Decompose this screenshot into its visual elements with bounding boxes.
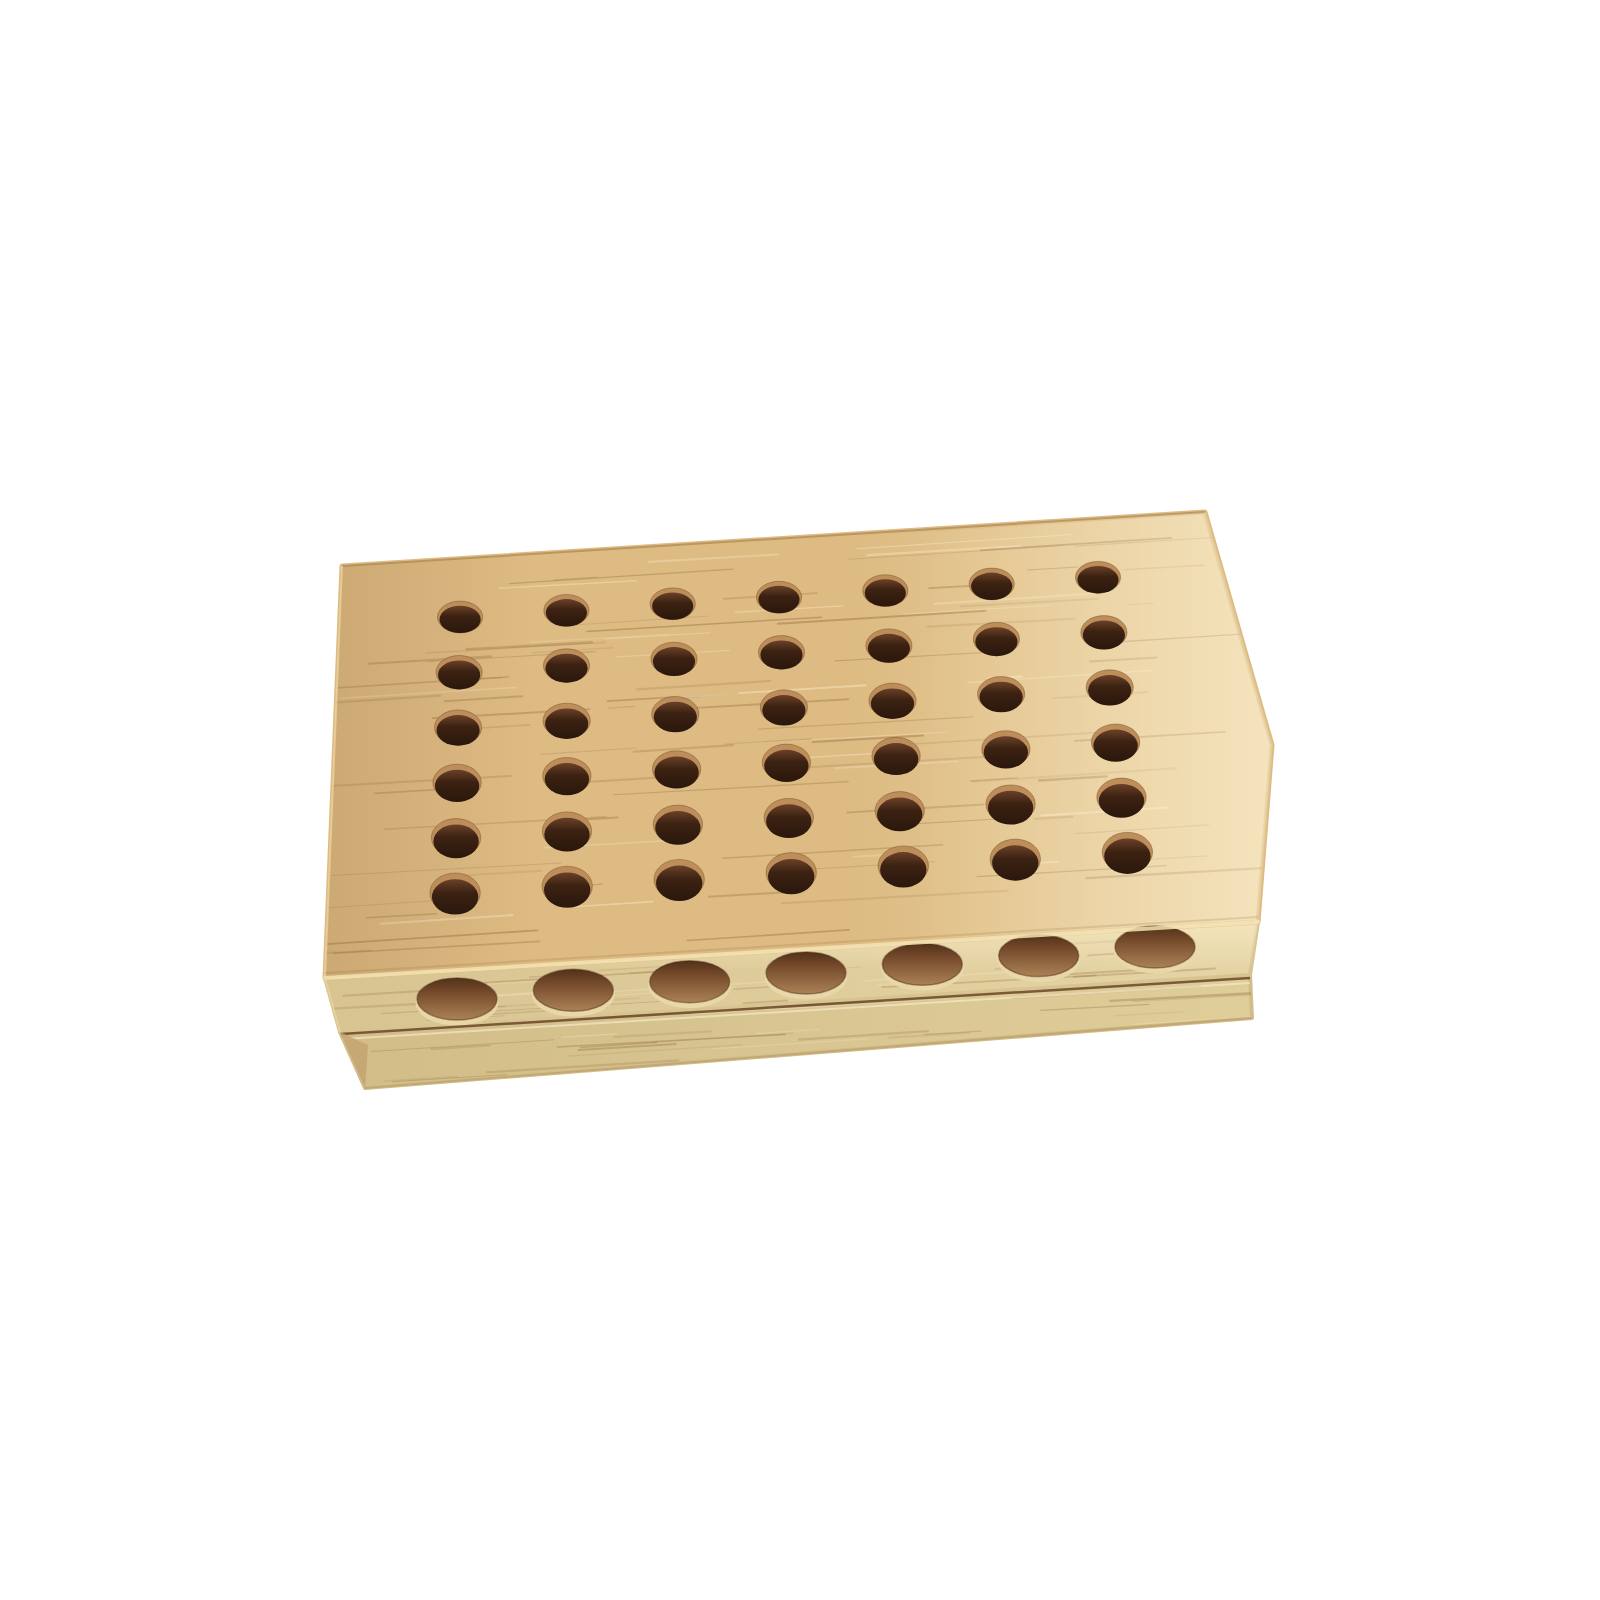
top-hole-r3c7 xyxy=(1086,670,1133,706)
top-hole-r1c1 xyxy=(438,601,483,633)
top-hole-r6c2 xyxy=(542,866,592,908)
top-hole-r2c3 xyxy=(651,642,697,676)
top-hole-r3c2 xyxy=(543,703,590,739)
top-hole-r3c1 xyxy=(435,710,482,746)
top-hole-r1c2 xyxy=(544,595,589,627)
top-hole-r2c6 xyxy=(973,622,1019,656)
top-hole-r1c4 xyxy=(756,581,801,613)
front-hole-7 xyxy=(1114,926,1197,974)
product-photo-canvas xyxy=(0,0,1600,1600)
top-hole-r2c2 xyxy=(543,649,589,683)
top-hole-r3c5 xyxy=(869,683,916,719)
top-hole-r3c6 xyxy=(978,677,1025,713)
front-hole-3 xyxy=(648,961,731,1009)
top-hole-r6c7 xyxy=(1102,832,1152,874)
top-hole-r2c5 xyxy=(866,629,912,663)
top-hole-r1c7 xyxy=(1075,561,1120,593)
top-hole-r3c3 xyxy=(652,697,699,733)
top-hole-r6c5 xyxy=(878,846,928,888)
top-hole-r5c4 xyxy=(764,798,813,838)
top-hole-r5c1 xyxy=(431,819,480,859)
top-hole-r6c3 xyxy=(654,859,704,901)
top-hole-r6c1 xyxy=(430,873,480,915)
front-hole-6 xyxy=(997,935,1080,983)
front-hole-1 xyxy=(416,978,499,1026)
top-hole-r1c3 xyxy=(650,588,695,620)
top-hole-r5c7 xyxy=(1097,778,1146,818)
top-hole-r6c4 xyxy=(766,853,816,895)
top-hole-r3c4 xyxy=(760,690,807,726)
top-hole-r5c6 xyxy=(986,785,1035,825)
top-hole-r1c5 xyxy=(863,575,908,607)
top-hole-r6c6 xyxy=(990,839,1040,881)
top-hole-r2c4 xyxy=(758,636,804,670)
wooden-block-photo xyxy=(0,0,1600,1600)
top-hole-r5c5 xyxy=(875,792,924,832)
front-hole-4 xyxy=(765,952,848,1000)
front-hole-2 xyxy=(532,969,615,1017)
top-hole-r1c6 xyxy=(969,568,1014,600)
top-hole-r5c3 xyxy=(653,805,702,845)
top-hole-r2c7 xyxy=(1081,616,1127,650)
top-hole-r2c1 xyxy=(436,656,482,690)
front-hole-5 xyxy=(881,943,964,991)
